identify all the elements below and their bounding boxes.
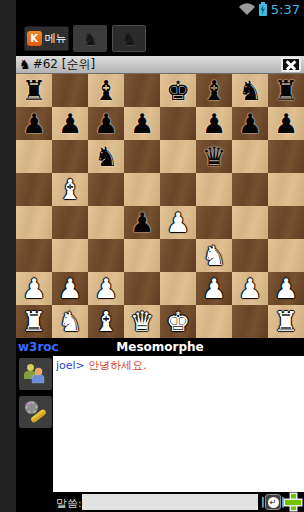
piece-white-knight: ♞ xyxy=(202,239,226,272)
square-d5[interactable] xyxy=(124,173,160,206)
chess-board: ♜♝♚♝♞♜♟♟♟♟♟♟♟♞♛♝♟♟♞♟♟♟♟♟♟♜♞♝♛♚♜ xyxy=(16,74,304,338)
square-d3[interactable] xyxy=(124,239,160,272)
square-h4[interactable] xyxy=(268,206,304,239)
square-f6[interactable]: ♛ xyxy=(196,140,232,173)
square-e7[interactable] xyxy=(160,107,196,140)
chat-text: 안녕하세요. xyxy=(88,359,147,372)
square-d2[interactable] xyxy=(124,272,160,305)
square-g1[interactable] xyxy=(232,305,268,338)
piece-black-pawn: ♟ xyxy=(238,107,262,140)
square-a8[interactable]: ♜ xyxy=(16,74,52,107)
square-f8[interactable]: ♝ xyxy=(196,74,232,107)
piece-white-pawn: ♟ xyxy=(94,272,118,305)
enter-icon: ↵ xyxy=(268,497,279,508)
square-h3[interactable] xyxy=(268,239,304,272)
square-a6[interactable] xyxy=(16,140,52,173)
piece-white-pawn: ♟ xyxy=(22,272,46,305)
menu-button-label: 메뉴 xyxy=(45,31,67,46)
chat-message: joel> 안녕하세요. xyxy=(53,356,304,375)
square-b6[interactable] xyxy=(52,140,88,173)
square-d1[interactable]: ♛ xyxy=(124,305,160,338)
piece-white-pawn: ♟ xyxy=(274,272,298,305)
piece-white-bishop: ♝ xyxy=(94,305,118,338)
piece-black-knight: ♞ xyxy=(94,140,118,173)
square-a7[interactable]: ♟ xyxy=(16,107,52,140)
square-b1[interactable]: ♞ xyxy=(52,305,88,338)
square-f7[interactable]: ♟ xyxy=(196,107,232,140)
users-button[interactable] xyxy=(19,358,52,390)
piece-black-pawn: ♟ xyxy=(22,107,46,140)
square-b7[interactable]: ♟ xyxy=(52,107,88,140)
square-b5[interactable]: ♝ xyxy=(52,173,88,206)
square-c1[interactable]: ♝ xyxy=(88,305,124,338)
square-c6[interactable]: ♞ xyxy=(88,140,124,173)
square-c8[interactable]: ♝ xyxy=(88,74,124,107)
piece-white-pawn: ♟ xyxy=(58,272,82,305)
wifi-icon xyxy=(239,3,255,15)
piece-black-queen: ♛ xyxy=(202,140,226,173)
say-label: 말씀: xyxy=(56,496,82,511)
piece-white-rook: ♜ xyxy=(22,305,46,338)
square-b8[interactable] xyxy=(52,74,88,107)
square-f4[interactable] xyxy=(196,206,232,239)
charging-bolt-icon xyxy=(260,5,266,15)
square-c5[interactable] xyxy=(88,173,124,206)
add-button[interactable] xyxy=(285,494,301,510)
square-f3[interactable]: ♞ xyxy=(196,239,232,272)
player-name-opponent: Mesomorphe xyxy=(16,340,304,354)
players-bar: w3roc Mesomorphe xyxy=(16,338,304,356)
game-title: #62 [순위] xyxy=(33,56,96,73)
piece-black-pawn: ♟ xyxy=(58,107,82,140)
square-f5[interactable] xyxy=(196,173,232,206)
square-h8[interactable]: ♜ xyxy=(268,74,304,107)
square-e4[interactable]: ♟ xyxy=(160,206,196,239)
square-b4[interactable] xyxy=(52,206,88,239)
square-h1[interactable]: ♜ xyxy=(268,305,304,338)
piece-black-rook: ♜ xyxy=(274,74,298,107)
square-g2[interactable]: ♟ xyxy=(232,272,268,305)
square-g4[interactable] xyxy=(232,206,268,239)
knight-button-1[interactable]: ♞ xyxy=(73,25,107,52)
close-button[interactable] xyxy=(281,57,301,72)
piece-black-bishop: ♝ xyxy=(202,74,226,107)
piece-black-rook: ♜ xyxy=(22,74,46,107)
app-k-icon: K xyxy=(27,31,42,46)
square-e8[interactable]: ♚ xyxy=(160,74,196,107)
square-g7[interactable]: ♟ xyxy=(232,107,268,140)
status-bar: 5:37 xyxy=(16,0,304,18)
plus-icon xyxy=(291,500,296,505)
square-f2[interactable]: ♟ xyxy=(196,272,232,305)
square-h2[interactable]: ♟ xyxy=(268,272,304,305)
square-c4[interactable] xyxy=(88,206,124,239)
knight-button-2[interactable]: ♞ xyxy=(112,25,146,52)
chat-area[interactable]: joel> 안녕하세요. xyxy=(53,356,304,492)
knight-icon: ♞ xyxy=(82,29,97,49)
battery-icon xyxy=(259,4,267,16)
piece-white-rook: ♜ xyxy=(274,305,298,338)
square-f1[interactable] xyxy=(196,305,232,338)
square-a5[interactable] xyxy=(16,173,52,206)
clock-time: 5:37 xyxy=(271,2,300,17)
square-a1[interactable]: ♜ xyxy=(16,305,52,338)
piece-white-queen: ♛ xyxy=(130,305,154,338)
settings-button[interactable] xyxy=(19,396,52,428)
square-a4[interactable] xyxy=(16,206,52,239)
square-e2[interactable] xyxy=(160,272,196,305)
piece-white-king: ♚ xyxy=(166,305,190,338)
square-g5[interactable] xyxy=(232,173,268,206)
square-c7[interactable]: ♟ xyxy=(88,107,124,140)
send-button[interactable]: ↵ xyxy=(265,494,281,510)
app-screen: 5:37 K 메뉴 ♞ ♞ ♞ #62 [순위] ♜♝♚♝♞♜♟♟♟♟♟♟♟♞♛… xyxy=(16,0,304,512)
piece-black-bishop: ♝ xyxy=(94,74,118,107)
title-knight-icon: ♞ xyxy=(19,57,31,72)
square-g3[interactable] xyxy=(232,239,268,272)
square-a3[interactable] xyxy=(16,239,52,272)
square-e5[interactable] xyxy=(160,173,196,206)
piece-black-knight: ♞ xyxy=(238,74,262,107)
piece-white-knight: ♞ xyxy=(58,305,82,338)
chat-sender: joel> xyxy=(56,359,85,372)
square-b2[interactable]: ♟ xyxy=(52,272,88,305)
piece-black-pawn: ♟ xyxy=(274,107,298,140)
piece-black-pawn: ♟ xyxy=(94,107,118,140)
square-c3[interactable] xyxy=(88,239,124,272)
square-e1[interactable]: ♚ xyxy=(160,305,196,338)
square-g8[interactable]: ♞ xyxy=(232,74,268,107)
menu-button[interactable]: K 메뉴 xyxy=(24,26,69,51)
piece-black-pawn: ♟ xyxy=(202,107,226,140)
game-title-bar: ♞ #62 [순위] xyxy=(16,56,304,74)
square-d7[interactable]: ♟ xyxy=(124,107,160,140)
piece-white-bishop: ♝ xyxy=(58,173,82,206)
side-panel xyxy=(16,356,53,512)
square-b3[interactable] xyxy=(52,239,88,272)
chat-input[interactable] xyxy=(82,494,258,510)
square-d4[interactable]: ♟ xyxy=(124,206,160,239)
square-d6[interactable] xyxy=(124,140,160,173)
square-d8[interactable] xyxy=(124,74,160,107)
square-e3[interactable] xyxy=(160,239,196,272)
square-g6[interactable] xyxy=(232,140,268,173)
piece-white-pawn: ♟ xyxy=(238,272,262,305)
square-e6[interactable] xyxy=(160,140,196,173)
chat-input-bar: 말씀: | ↵ | xyxy=(16,492,304,512)
square-h6[interactable] xyxy=(268,140,304,173)
piece-black-pawn: ♟ xyxy=(130,107,154,140)
piece-black-king: ♚ xyxy=(166,74,190,107)
piece-black-pawn: ♟ xyxy=(130,206,154,239)
square-h7[interactable]: ♟ xyxy=(268,107,304,140)
square-c2[interactable]: ♟ xyxy=(88,272,124,305)
knight-icon: ♞ xyxy=(121,29,136,49)
piece-white-pawn: ♟ xyxy=(202,272,226,305)
square-h5[interactable] xyxy=(268,173,304,206)
square-a2[interactable]: ♟ xyxy=(16,272,52,305)
toolbar: K 메뉴 ♞ ♞ xyxy=(16,18,304,56)
piece-white-pawn: ♟ xyxy=(166,206,190,239)
